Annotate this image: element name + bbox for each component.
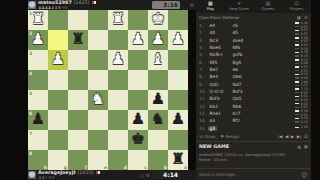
square-h3[interactable]: 3 <box>28 50 48 70</box>
square-f1[interactable] <box>68 10 88 30</box>
square-b5[interactable]: ♟ <box>148 90 168 110</box>
square-g8[interactable]: g <box>48 150 68 170</box>
square-f5[interactable] <box>68 90 88 110</box>
file-label-f: f <box>85 165 87 170</box>
square-d4[interactable] <box>108 70 128 90</box>
move-row-12: 12.Kb1Nb66:025:47 <box>196 103 311 110</box>
chat-row: Send a message... ☺ <box>196 168 311 180</box>
move-row-3: 3.Nc3dxe49:509:47 <box>196 37 311 44</box>
move-number: 10. <box>199 89 208 94</box>
white-move[interactable]: O-O-O <box>208 89 231 94</box>
move-row-7: 7.Be2e68:518:37 <box>196 66 311 73</box>
move-number: 4. <box>199 45 208 50</box>
square-e8[interactable]: e <box>88 150 108 170</box>
square-g6[interactable] <box>48 110 68 130</box>
move-row-1: 1.e4c69:589:57 <box>196 22 311 29</box>
rank-label-5: 5 <box>29 91 32 96</box>
tab-new-game[interactable]: + New Game <box>225 0 254 13</box>
move-number: 15. <box>199 126 208 131</box>
white-pawn-b2[interactable]: ♟ <box>148 30 168 50</box>
square-a6[interactable]: ♟ <box>168 110 188 130</box>
move-nav-group: |◀ ◀ ▶ ▶| ☰ <box>278 134 308 139</box>
square-g1[interactable] <box>48 10 68 30</box>
menu-icon[interactable]: ☰ <box>304 134 308 139</box>
move-row-5: 5.Nxf6+gxf69:369:25 <box>196 51 311 58</box>
top-player-avatar[interactable]: ☻ <box>28 1 36 9</box>
white-move[interactable]: Nxf6+ <box>208 52 231 57</box>
white-move[interactable]: d4 <box>208 30 231 35</box>
move-row-4: 4.Nxe4Nf69:429:38 <box>196 44 311 51</box>
black-rook-f2[interactable]: ♜ <box>68 30 88 50</box>
move-number: 7. <box>199 67 208 72</box>
white-move[interactable]: Be3 <box>208 74 231 79</box>
add-time-icon[interactable]: ○ <box>140 172 144 178</box>
square-g5[interactable] <box>48 90 68 110</box>
move-row-14: 14.a3Rf24:394:21 <box>196 117 311 124</box>
square-e2[interactable] <box>88 30 108 50</box>
sidebar: ▦ Play + New Game ▤ Games ☺ Players Caro… <box>196 0 311 180</box>
move-number: 1. <box>199 23 208 28</box>
settings-icon[interactable]: ⚙ <box>304 15 308 20</box>
black-move[interactable]: dxe4 <box>231 38 254 43</box>
black-pawn-h6[interactable]: ♟ <box>28 110 48 130</box>
square-b2[interactable]: ♟ <box>148 30 168 50</box>
white-move[interactable]: Qd2 <box>208 82 231 87</box>
square-f7[interactable] <box>68 130 88 150</box>
white-move[interactable]: a3 <box>208 118 231 123</box>
square-h4[interactable]: 4 <box>28 70 48 90</box>
gear-icon[interactable]: ⚙ <box>146 172 150 178</box>
black-move[interactable]: Nf6 <box>231 45 254 50</box>
square-h8[interactable]: 8h <box>28 150 48 170</box>
chat-input[interactable]: Send a message... <box>199 172 239 177</box>
top-player-name[interactable]: mateo52987 (1415) <box>38 0 96 5</box>
black-move[interactable]: Nd7 <box>231 82 254 87</box>
move-number: 13. <box>199 111 208 116</box>
white-king-b1[interactable]: ♚ <box>148 10 168 30</box>
white-move[interactable]: Kb1 <box>208 104 231 109</box>
square-f8[interactable]: f <box>68 150 88 170</box>
square-c5[interactable] <box>128 90 148 110</box>
white-pawn-d3[interactable]: ♟ <box>108 50 128 70</box>
rank-label-8: 8 <box>29 151 32 156</box>
white-pawn-c2[interactable]: ♟ <box>128 30 148 50</box>
square-c8[interactable]: c <box>128 150 148 170</box>
square-h7[interactable]: 7 <box>28 130 48 150</box>
white-pawn-g3[interactable]: ♟ <box>48 50 68 70</box>
black-pawn-a6[interactable]: ♟ <box>168 110 188 130</box>
square-f2[interactable]: ♜ <box>68 30 88 50</box>
square-h2[interactable]: 2♟ <box>28 30 48 50</box>
square-d5[interactable] <box>108 90 128 110</box>
move-row-6: 6.Nf3Bg49:179:06 <box>196 59 311 66</box>
square-c3[interactable] <box>128 50 148 70</box>
square-d7[interactable] <box>108 130 128 150</box>
square-c1[interactable] <box>128 10 148 30</box>
rank-label-3: 3 <box>29 51 32 56</box>
black-move[interactable]: e6 <box>231 67 254 72</box>
square-e3[interactable] <box>88 50 108 70</box>
black-move[interactable]: Qa5 <box>231 96 254 101</box>
white-move[interactable]: Rhe1 <box>208 111 231 116</box>
collapse-icon[interactable]: ▲ <box>298 144 301 149</box>
black-move[interactable] <box>231 126 254 131</box>
tab-play[interactable]: ▦ Play <box>196 0 225 13</box>
move-times: 4:394:21 <box>272 117 308 124</box>
move-times: 3:16 <box>272 126 308 130</box>
analysis-icon[interactable]: ▣ <box>297 15 301 20</box>
square-f4[interactable] <box>68 70 88 90</box>
move-row-2: 2.d4d59:559:52 <box>196 29 311 36</box>
tab-players[interactable]: ☺ Players <box>282 0 311 13</box>
square-a8[interactable]: a♜ <box>168 150 188 170</box>
black-move[interactable]: c6 <box>231 23 254 28</box>
opening-name: Caro-Kann Defense <box>199 15 239 20</box>
square-h5[interactable]: 5 <box>28 90 48 110</box>
move-number: 2. <box>199 30 208 35</box>
square-f3[interactable] <box>68 50 88 70</box>
square-a4[interactable] <box>168 70 188 90</box>
bottom-captured-pieces: ♙♙♘♗♕ <box>38 175 54 180</box>
square-b4[interactable] <box>148 70 168 90</box>
white-move[interactable]: Nc3 <box>208 38 231 43</box>
file-label-e: e <box>104 165 107 170</box>
white-move[interactable]: Be2 <box>208 67 231 72</box>
draw-button[interactable]: ½ Draw <box>199 134 215 139</box>
square-d8[interactable]: d <box>108 150 128 170</box>
move-row-8: 8.Be3Qb68:248:06 <box>196 73 311 80</box>
white-pawn-h2[interactable]: ♟ <box>28 30 48 50</box>
opening-row: Caro-Kann Defense ▣ ⚙ <box>196 13 311 21</box>
square-h6[interactable]: 6♟ <box>28 110 48 130</box>
top-player-bar: ☻ mateo52987 (1415) ♟♟♟♟♝♝♛+5 3:16 ⚙ <box>28 0 196 10</box>
sidebar-tab-bar: ▦ Play + New Game ▤ Games ☺ Players <box>196 0 311 13</box>
file-label-c: c <box>144 165 147 170</box>
white-move[interactable]: e4 <box>208 23 231 28</box>
black-move[interactable]: Nb6 <box>231 104 254 109</box>
move-number: 6. <box>199 60 208 65</box>
file-label-h: h <box>44 165 47 170</box>
new-game-title: NEW GAME <box>199 144 229 149</box>
square-g2[interactable] <box>48 30 68 50</box>
move-row-15: 15.g33:16 <box>196 125 311 132</box>
white-knight-e5[interactable]: ♞ <box>88 90 108 110</box>
file-label-b: b <box>164 165 167 170</box>
square-b8[interactable]: b <box>148 150 168 170</box>
black-move[interactable]: Bxf3 <box>231 89 254 94</box>
square-b7[interactable] <box>148 130 168 150</box>
white-move[interactable]: g3 <box>208 126 231 131</box>
square-c4[interactable] <box>128 70 148 90</box>
square-a3[interactable] <box>168 50 188 70</box>
move-row-9: 9.Qd2Nd77:487:31 <box>196 81 311 88</box>
square-c6[interactable]: ♟ <box>128 110 148 130</box>
file-label-g: g <box>64 165 67 170</box>
move-row-11: 11.Bxf3Qa56:416:18 <box>196 95 311 102</box>
bottom-player-clock: 4:14 <box>152 171 180 179</box>
white-bishop-b3[interactable]: ♝ <box>148 50 168 70</box>
bottom-player-bar: ☻ AverageJoeyJt (1433) ♙♙♘♗♕ ○ ⚙ 4:14 <box>28 170 196 180</box>
move-list[interactable]: 1.e4c69:589:572.d4d59:559:523.Nc3dxe49:5… <box>196 22 311 132</box>
square-a1[interactable] <box>168 10 188 30</box>
black-rook-a8[interactable]: ♜ <box>168 150 188 170</box>
square-g3[interactable]: ♟ <box>48 50 68 70</box>
prev-move-button[interactable]: ◀ <box>285 134 288 139</box>
emoji-icon[interactable]: ☺ <box>301 172 307 178</box>
square-d6[interactable] <box>108 110 128 130</box>
square-a7[interactable] <box>168 130 188 150</box>
move-row-10: 10.O-O-OBxf37:156:52 <box>196 88 311 95</box>
square-f6[interactable] <box>68 110 88 130</box>
bottom-player-rating: (1433) <box>77 170 93 175</box>
square-d1[interactable]: ♜ <box>108 10 128 30</box>
rank-label-4: 4 <box>29 71 32 76</box>
move-number: 3. <box>199 38 208 43</box>
top-player-clock: 3:16 <box>152 1 180 9</box>
square-b6[interactable]: ♞ <box>148 110 168 130</box>
bottom-player-avatar[interactable]: ☻ <box>28 171 36 179</box>
move-row-13: 13.Rhe1Kc75:285:02 <box>196 110 311 117</box>
square-a5[interactable] <box>168 90 188 110</box>
black-move[interactable]: Rf2 <box>231 118 254 123</box>
square-e4[interactable] <box>88 70 108 90</box>
square-d2[interactable] <box>108 30 128 50</box>
black-king-c7[interactable]: ♚ <box>128 130 148 150</box>
square-e6[interactable] <box>88 110 108 130</box>
square-a2[interactable]: ♟ <box>168 30 188 50</box>
white-pawn-a2[interactable]: ♟ <box>168 30 188 50</box>
bottom-player-flag-icon <box>96 171 100 174</box>
new-game-section: NEW GAME ▲ ▣ mateo52987 (1415) vs. Avera… <box>196 141 311 168</box>
black-pawn-c6[interactable]: ♟ <box>128 110 148 130</box>
move-number: 14. <box>199 118 208 123</box>
resign-button[interactable]: ⚑ Resign <box>220 134 239 139</box>
square-b3[interactable]: ♝ <box>148 50 168 70</box>
black-move[interactable]: Kc7 <box>231 111 254 116</box>
square-e1[interactable] <box>88 10 108 30</box>
square-b1[interactable]: ♚ <box>148 10 168 30</box>
move-number: 8. <box>199 74 208 79</box>
tab-games[interactable]: ▤ Games <box>254 0 283 13</box>
white-rook-d1[interactable]: ♜ <box>108 10 128 30</box>
square-g7[interactable] <box>48 130 68 150</box>
black-pawn-b5[interactable]: ♟ <box>148 90 168 110</box>
top-player-rating: (1415) <box>73 0 89 5</box>
move-number: 11. <box>199 96 208 101</box>
black-move[interactable]: Bg4 <box>231 60 254 65</box>
top-player-flag-icon <box>92 1 96 4</box>
rank-label-7: 7 <box>29 131 32 136</box>
chess-board[interactable]: 1♜♜♚2♟♜♟♟♟3♟♟♝45♞♟6♟♟♞♟7♚8hgfedcba♜ <box>28 10 188 170</box>
last-move-button[interactable]: ▶| <box>297 134 302 139</box>
file-label-d: d <box>124 165 127 170</box>
game-type-line: Rated · 10 min <box>199 157 227 162</box>
move-number: 5. <box>199 52 208 57</box>
options-icon[interactable]: ▣ <box>304 144 308 149</box>
white-rook-h1[interactable]: ♜ <box>28 10 48 30</box>
move-number: 12. <box>199 104 208 109</box>
board-settings-icon[interactable]: ⚙ <box>190 2 194 8</box>
next-move-button[interactable]: ▶ <box>291 134 294 139</box>
square-e5[interactable]: ♞ <box>88 90 108 110</box>
white-move[interactable]: Nf3 <box>208 60 231 65</box>
square-d3[interactable]: ♟ <box>108 50 128 70</box>
white-move[interactable]: Bxf3 <box>208 96 231 101</box>
game-controls: ½ Draw ⚑ Resign |◀ ◀ ▶ ▶| ☰ <box>196 132 311 141</box>
black-move[interactable]: gxf6 <box>231 52 254 57</box>
black-move[interactable]: Qb6 <box>231 74 254 79</box>
bottom-player-name[interactable]: AverageJoeyJt (1433) <box>38 170 100 175</box>
white-move[interactable]: Nxe4 <box>208 45 231 50</box>
square-e7[interactable] <box>88 130 108 150</box>
square-c7[interactable]: ♚ <box>128 130 148 150</box>
move-number: 9. <box>199 82 208 87</box>
square-c2[interactable]: ♟ <box>128 30 148 50</box>
square-g4[interactable] <box>48 70 68 90</box>
square-h1[interactable]: 1♜ <box>28 10 48 30</box>
first-move-button[interactable]: |◀ <box>278 134 283 139</box>
black-move[interactable]: d5 <box>231 30 254 35</box>
black-knight-b6[interactable]: ♞ <box>148 110 168 130</box>
